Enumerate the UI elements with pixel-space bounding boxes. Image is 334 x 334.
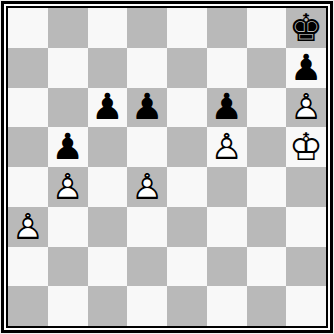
white-king-glyph: ♔ bbox=[286, 127, 326, 167]
black-pawn-glyph: ♟ bbox=[88, 88, 128, 128]
square-g4[interactable] bbox=[247, 167, 287, 207]
square-b1[interactable] bbox=[48, 286, 88, 326]
square-g3[interactable] bbox=[247, 207, 287, 247]
square-d4[interactable]: ♟♙ bbox=[127, 167, 167, 207]
square-a6[interactable] bbox=[8, 88, 48, 128]
black-pawn[interactable]: ♟ bbox=[48, 127, 88, 167]
square-a2[interactable] bbox=[8, 247, 48, 287]
board-border-outer: ♚♟♟♟♟♟♙♟♟♙♚♔♟♙♟♙♟♙ bbox=[1, 1, 333, 333]
white-king[interactable]: ♚♔ bbox=[286, 127, 326, 167]
white-pawn-glyph: ♙ bbox=[127, 167, 167, 207]
square-b8[interactable] bbox=[48, 8, 88, 48]
square-g5[interactable] bbox=[247, 127, 287, 167]
board-border-inner: ♚♟♟♟♟♟♙♟♟♙♚♔♟♙♟♙♟♙ bbox=[6, 6, 328, 328]
square-e5[interactable] bbox=[167, 127, 207, 167]
white-pawn[interactable]: ♟♙ bbox=[8, 207, 48, 247]
square-g2[interactable] bbox=[247, 247, 287, 287]
square-b6[interactable] bbox=[48, 88, 88, 128]
white-pawn-glyph: ♙ bbox=[286, 88, 326, 128]
square-a7[interactable] bbox=[8, 48, 48, 88]
white-pawn-glyph: ♙ bbox=[207, 127, 247, 167]
square-c1[interactable] bbox=[88, 286, 128, 326]
square-h3[interactable] bbox=[286, 207, 326, 247]
black-pawn-glyph: ♟ bbox=[207, 88, 247, 128]
black-pawn[interactable]: ♟ bbox=[127, 88, 167, 128]
square-f2[interactable] bbox=[207, 247, 247, 287]
square-a3[interactable]: ♟♙ bbox=[8, 207, 48, 247]
white-pawn[interactable]: ♟♙ bbox=[48, 167, 88, 207]
square-d7[interactable] bbox=[127, 48, 167, 88]
white-pawn-glyph: ♙ bbox=[8, 207, 48, 247]
black-pawn-glyph: ♟ bbox=[127, 88, 167, 128]
white-pawn-glyph: ♙ bbox=[48, 167, 88, 207]
square-b3[interactable] bbox=[48, 207, 88, 247]
square-f5[interactable]: ♟♙ bbox=[207, 127, 247, 167]
square-f6[interactable]: ♟ bbox=[207, 88, 247, 128]
square-e3[interactable] bbox=[167, 207, 207, 247]
square-d8[interactable] bbox=[127, 8, 167, 48]
square-c2[interactable] bbox=[88, 247, 128, 287]
square-b2[interactable] bbox=[48, 247, 88, 287]
white-pawn[interactable]: ♟♙ bbox=[127, 167, 167, 207]
square-f7[interactable] bbox=[207, 48, 247, 88]
chessboard-frame: ♚♟♟♟♟♟♙♟♟♙♚♔♟♙♟♙♟♙ bbox=[0, 0, 334, 334]
square-f1[interactable] bbox=[207, 286, 247, 326]
square-h2[interactable] bbox=[286, 247, 326, 287]
square-c4[interactable] bbox=[88, 167, 128, 207]
square-e6[interactable] bbox=[167, 88, 207, 128]
square-c3[interactable] bbox=[88, 207, 128, 247]
black-pawn-glyph: ♟ bbox=[48, 127, 88, 167]
square-d3[interactable] bbox=[127, 207, 167, 247]
square-g1[interactable] bbox=[247, 286, 287, 326]
white-pawn[interactable]: ♟♙ bbox=[286, 88, 326, 128]
square-a4[interactable] bbox=[8, 167, 48, 207]
square-h7[interactable]: ♟ bbox=[286, 48, 326, 88]
white-pawn[interactable]: ♟♙ bbox=[207, 127, 247, 167]
black-pawn[interactable]: ♟ bbox=[88, 88, 128, 128]
square-a1[interactable] bbox=[8, 286, 48, 326]
black-king[interactable]: ♚ bbox=[286, 8, 326, 48]
square-a8[interactable] bbox=[8, 8, 48, 48]
chessboard: ♚♟♟♟♟♟♙♟♟♙♚♔♟♙♟♙♟♙ bbox=[8, 8, 326, 326]
square-c6[interactable]: ♟ bbox=[88, 88, 128, 128]
square-g6[interactable] bbox=[247, 88, 287, 128]
black-pawn[interactable]: ♟ bbox=[207, 88, 247, 128]
square-e1[interactable] bbox=[167, 286, 207, 326]
square-f8[interactable] bbox=[207, 8, 247, 48]
square-h8[interactable]: ♚ bbox=[286, 8, 326, 48]
square-g8[interactable] bbox=[247, 8, 287, 48]
square-d1[interactable] bbox=[127, 286, 167, 326]
square-f3[interactable] bbox=[207, 207, 247, 247]
black-pawn-glyph: ♟ bbox=[286, 48, 326, 88]
square-b4[interactable]: ♟♙ bbox=[48, 167, 88, 207]
square-g7[interactable] bbox=[247, 48, 287, 88]
square-h1[interactable] bbox=[286, 286, 326, 326]
square-a5[interactable] bbox=[8, 127, 48, 167]
square-c7[interactable] bbox=[88, 48, 128, 88]
square-h6[interactable]: ♟♙ bbox=[286, 88, 326, 128]
square-e7[interactable] bbox=[167, 48, 207, 88]
square-e8[interactable] bbox=[167, 8, 207, 48]
square-f4[interactable] bbox=[207, 167, 247, 207]
square-b5[interactable]: ♟ bbox=[48, 127, 88, 167]
black-pawn[interactable]: ♟ bbox=[286, 48, 326, 88]
square-d2[interactable] bbox=[127, 247, 167, 287]
square-h4[interactable] bbox=[286, 167, 326, 207]
square-e4[interactable] bbox=[167, 167, 207, 207]
square-e2[interactable] bbox=[167, 247, 207, 287]
square-d6[interactable]: ♟ bbox=[127, 88, 167, 128]
square-h5[interactable]: ♚♔ bbox=[286, 127, 326, 167]
square-b7[interactable] bbox=[48, 48, 88, 88]
square-c5[interactable] bbox=[88, 127, 128, 167]
square-c8[interactable] bbox=[88, 8, 128, 48]
board-border-middle: ♚♟♟♟♟♟♙♟♟♙♚♔♟♙♟♙♟♙ bbox=[4, 4, 330, 330]
black-king-glyph: ♚ bbox=[286, 8, 326, 48]
square-d5[interactable] bbox=[127, 127, 167, 167]
